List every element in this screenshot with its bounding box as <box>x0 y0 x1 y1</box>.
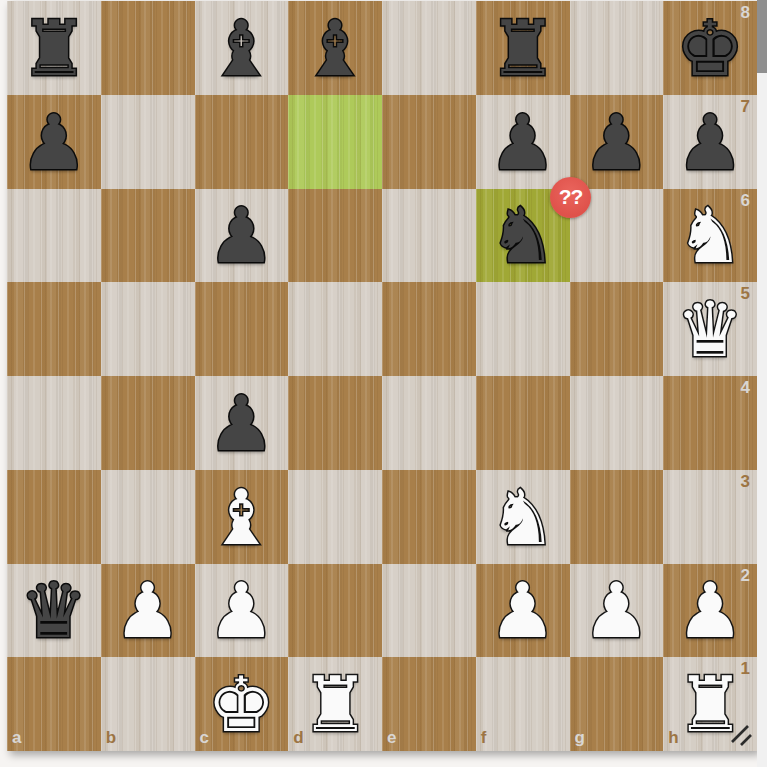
square-g1[interactable]: g <box>570 657 664 751</box>
piece-white-bishop[interactable]: ♝ <box>207 480 275 556</box>
square-e5[interactable] <box>382 282 476 376</box>
piece-white-pawn[interactable]: ♟ <box>207 573 275 649</box>
square-d3[interactable] <box>288 470 382 564</box>
square-a4[interactable] <box>7 376 101 470</box>
piece-black-bishop[interactable]: ♝ <box>207 11 275 87</box>
square-h3[interactable]: 3 <box>663 470 757 564</box>
square-d8[interactable]: ♝ <box>288 1 382 95</box>
square-b6[interactable] <box>101 189 195 283</box>
piece-white-rook[interactable]: ♜ <box>301 667 369 743</box>
square-a8[interactable]: ♜ <box>7 1 101 95</box>
square-a2[interactable]: ♛ <box>7 564 101 658</box>
square-h4[interactable]: 4 <box>663 376 757 470</box>
square-e3[interactable] <box>382 470 476 564</box>
piece-black-pawn[interactable]: ♟ <box>582 105 650 181</box>
piece-white-knight[interactable]: ♞ <box>489 480 557 556</box>
file-label-f: f <box>481 728 487 748</box>
square-b4[interactable] <box>101 376 195 470</box>
square-h6[interactable]: ♞6 <box>663 189 757 283</box>
square-f3[interactable]: ♞ <box>476 470 570 564</box>
square-f7[interactable]: ♟ <box>476 95 570 189</box>
square-a1[interactable]: a <box>7 657 101 751</box>
piece-black-pawn[interactable]: ♟ <box>676 105 744 181</box>
square-h7[interactable]: ♟7 <box>663 95 757 189</box>
square-f2[interactable]: ♟ <box>476 564 570 658</box>
chess-board: ♜♝♝♜♚8♟♟♟♟7♟♞♞6♛5♟4♝♞3♛♟♟♟♟♟2ab♚c♜defg♜h… <box>7 1 757 751</box>
square-e4[interactable] <box>382 376 476 470</box>
square-g3[interactable] <box>570 470 664 564</box>
piece-black-queen[interactable]: ♛ <box>20 573 88 649</box>
piece-white-pawn[interactable]: ♟ <box>676 573 744 649</box>
square-b1[interactable]: b <box>101 657 195 751</box>
piece-black-king[interactable]: ♚ <box>676 11 744 87</box>
board-resize-handle[interactable] <box>727 721 755 749</box>
square-c5[interactable] <box>195 282 289 376</box>
square-c8[interactable]: ♝ <box>195 1 289 95</box>
file-label-g: g <box>575 728 585 748</box>
square-c6[interactable]: ♟ <box>195 189 289 283</box>
rank-label-4: 4 <box>741 378 750 398</box>
piece-white-knight[interactable]: ♞ <box>676 198 744 274</box>
piece-white-king[interactable]: ♚ <box>207 667 275 743</box>
square-e6[interactable] <box>382 189 476 283</box>
page-background: ♜♝♝♜♚8♟♟♟♟7♟♞♞6♛5♟4♝♞3♛♟♟♟♟♟2ab♚c♜defg♜h… <box>0 0 767 767</box>
square-c1[interactable]: ♚c <box>195 657 289 751</box>
piece-white-pawn[interactable]: ♟ <box>582 573 650 649</box>
piece-black-bishop[interactable]: ♝ <box>301 11 369 87</box>
blunder-badge-label: ?? <box>559 185 583 209</box>
piece-black-pawn[interactable]: ♟ <box>489 105 557 181</box>
square-d4[interactable] <box>288 376 382 470</box>
resize-icon <box>727 721 755 749</box>
square-d7[interactable] <box>288 95 382 189</box>
square-a5[interactable] <box>7 282 101 376</box>
piece-black-pawn[interactable]: ♟ <box>207 386 275 462</box>
square-c2[interactable]: ♟ <box>195 564 289 658</box>
piece-black-rook[interactable]: ♜ <box>489 11 557 87</box>
square-g7[interactable]: ♟ <box>570 95 664 189</box>
square-h8[interactable]: ♚8 <box>663 1 757 95</box>
square-b7[interactable] <box>101 95 195 189</box>
square-g2[interactable]: ♟ <box>570 564 664 658</box>
file-label-b: b <box>106 728 116 748</box>
square-b2[interactable]: ♟ <box>101 564 195 658</box>
square-g4[interactable] <box>570 376 664 470</box>
square-c7[interactable] <box>195 95 289 189</box>
square-e7[interactable] <box>382 95 476 189</box>
piece-black-rook[interactable]: ♜ <box>20 11 88 87</box>
piece-white-pawn[interactable]: ♟ <box>114 573 182 649</box>
square-e1[interactable]: e <box>382 657 476 751</box>
square-e2[interactable] <box>382 564 476 658</box>
square-d6[interactable] <box>288 189 382 283</box>
square-b5[interactable] <box>101 282 195 376</box>
scrollbar-thumb[interactable] <box>757 0 767 73</box>
rank-label-3: 3 <box>741 472 750 492</box>
square-b3[interactable] <box>101 470 195 564</box>
file-label-e: e <box>387 728 396 748</box>
square-a6[interactable] <box>7 189 101 283</box>
square-f8[interactable]: ♜ <box>476 1 570 95</box>
square-f1[interactable]: f <box>476 657 570 751</box>
piece-black-pawn[interactable]: ♟ <box>207 198 275 274</box>
piece-black-pawn[interactable]: ♟ <box>20 105 88 181</box>
scrollbar-track[interactable] <box>757 0 767 767</box>
square-b8[interactable] <box>101 1 195 95</box>
square-e8[interactable] <box>382 1 476 95</box>
square-d1[interactable]: ♜d <box>288 657 382 751</box>
square-h2[interactable]: ♟2 <box>663 564 757 658</box>
square-a7[interactable]: ♟ <box>7 95 101 189</box>
square-c4[interactable]: ♟ <box>195 376 289 470</box>
square-h5[interactable]: ♛5 <box>663 282 757 376</box>
square-c3[interactable]: ♝ <box>195 470 289 564</box>
square-g8[interactable] <box>570 1 664 95</box>
square-f4[interactable] <box>476 376 570 470</box>
board-grid: ♜♝♝♜♚8♟♟♟♟7♟♞♞6♛5♟4♝♞3♛♟♟♟♟♟2ab♚c♜defg♜h… <box>7 1 757 751</box>
square-g5[interactable] <box>570 282 664 376</box>
square-d2[interactable] <box>288 564 382 658</box>
square-f5[interactable] <box>476 282 570 376</box>
square-a3[interactable] <box>7 470 101 564</box>
piece-black-knight[interactable]: ♞ <box>489 198 557 274</box>
piece-white-queen[interactable]: ♛ <box>676 292 744 368</box>
blunder-badge: ?? <box>550 177 591 218</box>
square-d5[interactable] <box>288 282 382 376</box>
piece-white-pawn[interactable]: ♟ <box>489 573 557 649</box>
file-label-a: a <box>12 728 21 748</box>
